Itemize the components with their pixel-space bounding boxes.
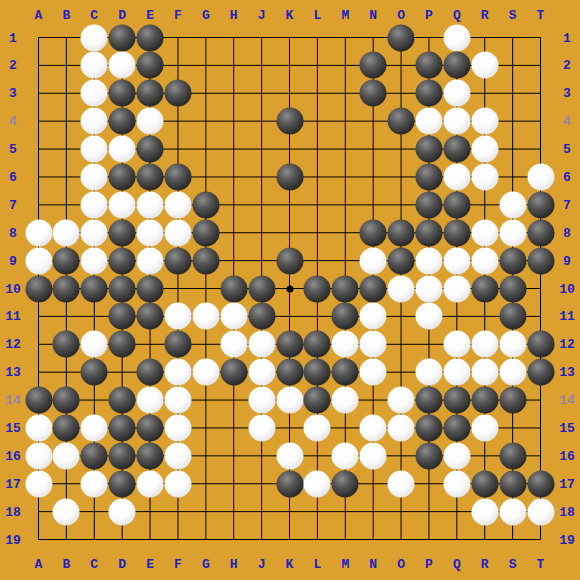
white-stone-M12[interactable] [332,331,359,358]
row-label-right-3: 3 [563,87,571,100]
row-label-right-19: 19 [559,533,575,546]
col-label-top-C: C [90,9,98,22]
white-stone-C5[interactable] [81,136,108,163]
white-stone-F11[interactable] [164,303,191,330]
white-stone-Q9[interactable] [443,247,470,274]
black-stone-P3[interactable] [415,80,442,107]
white-stone-J13[interactable] [248,359,275,386]
black-stone-E11[interactable] [137,303,164,330]
black-stone-B10[interactable] [53,275,80,302]
white-stone-E17[interactable] [137,470,164,497]
row-label-right-18: 18 [559,505,575,518]
row-label-left-6: 6 [9,170,17,183]
white-stone-B8[interactable] [53,219,80,246]
black-stone-S11[interactable] [499,303,526,330]
col-label-bottom-S: S [509,558,517,571]
col-label-bottom-Q: Q [453,558,461,571]
white-stone-O17[interactable] [388,470,415,497]
black-stone-H13[interactable] [220,359,247,386]
white-stone-O14[interactable] [388,387,415,414]
col-label-top-S: S [509,9,517,22]
row-label-right-1: 1 [563,31,571,44]
white-stone-A9[interactable] [25,247,52,274]
row-label-left-11: 11 [5,310,21,323]
black-stone-S17[interactable] [499,470,526,497]
white-stone-F7[interactable] [164,191,191,218]
white-stone-N15[interactable] [360,414,387,441]
white-stone-S8[interactable] [499,219,526,246]
col-label-bottom-N: N [369,558,377,571]
col-label-bottom-R: R [481,558,489,571]
black-stone-P2[interactable] [415,52,442,79]
black-stone-D3[interactable] [109,80,136,107]
white-stone-G11[interactable] [192,303,219,330]
black-stone-P6[interactable] [415,163,442,190]
black-stone-E6[interactable] [137,163,164,190]
white-stone-E4[interactable] [137,108,164,135]
go-board[interactable]: AABBCCDDEEFFGGHHJJKKLLMMNNOOPPQQRRSSTT11… [0,0,580,580]
row-label-right-8: 8 [563,226,571,239]
row-label-left-14: 14 [5,394,21,407]
row-label-left-13: 13 [5,366,21,379]
row-label-right-13: 13 [559,366,575,379]
white-stone-P10[interactable] [415,275,442,302]
white-stone-E9[interactable] [137,247,164,274]
row-label-right-6: 6 [563,170,571,183]
white-stone-B16[interactable] [53,442,80,469]
col-label-bottom-K: K [286,558,294,571]
black-stone-K17[interactable] [276,470,303,497]
col-label-bottom-G: G [202,558,210,571]
white-stone-A15[interactable] [25,414,52,441]
row-label-left-4: 4 [9,115,17,128]
black-stone-B15[interactable] [53,414,80,441]
white-stone-C17[interactable] [81,470,108,497]
white-stone-Q1[interactable] [443,24,470,51]
white-stone-R13[interactable] [471,359,498,386]
black-stone-N2[interactable] [360,52,387,79]
white-stone-Q6[interactable] [443,163,470,190]
col-label-top-Q: Q [453,9,461,22]
white-stone-S13[interactable] [499,359,526,386]
col-label-bottom-T: T [537,558,545,571]
row-label-left-19: 19 [5,533,21,546]
black-stone-Q14[interactable] [443,387,470,414]
row-label-right-14: 14 [559,394,575,407]
col-label-top-E: E [146,9,154,22]
white-stone-D2[interactable] [109,52,136,79]
white-stone-E8[interactable] [137,219,164,246]
white-stone-N12[interactable] [360,331,387,358]
black-stone-L13[interactable] [304,359,331,386]
white-stone-R2[interactable] [471,52,498,79]
white-stone-G13[interactable] [192,359,219,386]
black-stone-T12[interactable] [527,331,554,358]
black-stone-D15[interactable] [109,414,136,441]
col-label-bottom-M: M [341,558,349,571]
black-stone-J11[interactable] [248,303,275,330]
white-stone-Q12[interactable] [443,331,470,358]
black-stone-K12[interactable] [276,331,303,358]
black-stone-K6[interactable] [276,163,303,190]
white-stone-S18[interactable] [499,498,526,525]
black-stone-S10[interactable] [499,275,526,302]
white-stone-F13[interactable] [164,359,191,386]
white-stone-R4[interactable] [471,108,498,135]
black-stone-Q2[interactable] [443,52,470,79]
black-stone-D17[interactable] [109,470,136,497]
black-stone-E10[interactable] [137,275,164,302]
col-label-top-L: L [313,9,321,22]
black-stone-N8[interactable] [360,219,387,246]
white-stone-P4[interactable] [415,108,442,135]
black-stone-D11[interactable] [109,303,136,330]
black-stone-O1[interactable] [388,24,415,51]
col-label-bottom-D: D [118,558,126,571]
white-stone-C4[interactable] [81,108,108,135]
black-stone-N3[interactable] [360,80,387,107]
black-stone-G9[interactable] [192,247,219,274]
white-stone-N9[interactable] [360,247,387,274]
black-stone-L14[interactable] [304,387,331,414]
white-stone-Q3[interactable] [443,80,470,107]
white-stone-R18[interactable] [471,498,498,525]
col-label-bottom-C: C [90,558,98,571]
white-stone-P11[interactable] [415,303,442,330]
white-stone-Q17[interactable] [443,470,470,497]
row-label-left-16: 16 [5,449,21,462]
white-stone-F8[interactable] [164,219,191,246]
black-stone-S14[interactable] [499,387,526,414]
black-stone-A14[interactable] [25,387,52,414]
white-stone-O10[interactable] [388,275,415,302]
col-label-top-B: B [62,9,70,22]
col-label-top-K: K [286,9,294,22]
col-label-bottom-H: H [230,558,238,571]
row-label-right-4: 4 [563,115,571,128]
row-label-left-10: 10 [5,282,21,295]
white-stone-C7[interactable] [81,191,108,218]
white-stone-J15[interactable] [248,414,275,441]
black-stone-M11[interactable] [332,303,359,330]
white-stone-A8[interactable] [25,219,52,246]
black-stone-G8[interactable] [192,219,219,246]
black-stone-P15[interactable] [415,414,442,441]
white-stone-T6[interactable] [527,163,554,190]
black-stone-A10[interactable] [25,275,52,302]
black-stone-F12[interactable] [164,331,191,358]
row-label-left-3: 3 [9,87,17,100]
row-label-right-2: 2 [563,59,571,72]
black-stone-D10[interactable] [109,275,136,302]
white-stone-C9[interactable] [81,247,108,274]
white-stone-S12[interactable] [499,331,526,358]
black-stone-R10[interactable] [471,275,498,302]
col-label-top-M: M [341,9,349,22]
white-stone-R8[interactable] [471,219,498,246]
black-stone-O4[interactable] [388,108,415,135]
white-stone-L17[interactable] [304,470,331,497]
black-stone-R14[interactable] [471,387,498,414]
black-stone-B9[interactable] [53,247,80,274]
row-label-right-5: 5 [563,143,571,156]
black-stone-E2[interactable] [137,52,164,79]
col-label-bottom-O: O [397,558,405,571]
col-label-top-N: N [369,9,377,22]
black-stone-E13[interactable] [137,359,164,386]
row-label-left-1: 1 [9,31,17,44]
col-label-bottom-P: P [425,558,433,571]
black-stone-M13[interactable] [332,359,359,386]
row-label-left-15: 15 [5,421,21,434]
white-stone-R9[interactable] [471,247,498,274]
black-stone-T17[interactable] [527,470,554,497]
black-stone-C13[interactable] [81,359,108,386]
black-stone-Q7[interactable] [443,191,470,218]
row-label-left-2: 2 [9,59,17,72]
white-stone-T18[interactable] [527,498,554,525]
white-stone-D5[interactable] [109,136,136,163]
white-stone-M14[interactable] [332,387,359,414]
black-stone-N10[interactable] [360,275,387,302]
white-stone-D7[interactable] [109,191,136,218]
row-label-left-5: 5 [9,143,17,156]
white-stone-R6[interactable] [471,163,498,190]
black-stone-C10[interactable] [81,275,108,302]
col-label-top-F: F [174,9,182,22]
black-stone-P8[interactable] [415,219,442,246]
white-stone-Q16[interactable] [443,442,470,469]
black-stone-F9[interactable] [164,247,191,274]
black-stone-S16[interactable] [499,442,526,469]
col-label-bottom-J: J [258,558,266,571]
black-stone-D16[interactable] [109,442,136,469]
white-stone-J14[interactable] [248,387,275,414]
col-label-top-A: A [35,9,43,22]
black-stone-P16[interactable] [415,442,442,469]
row-label-left-18: 18 [5,505,21,518]
white-stone-F14[interactable] [164,387,191,414]
black-stone-L12[interactable] [304,331,331,358]
row-label-left-12: 12 [5,338,21,351]
col-label-top-P: P [425,9,433,22]
black-stone-M10[interactable] [332,275,359,302]
black-stone-D1[interactable] [109,24,136,51]
white-stone-E14[interactable] [137,387,164,414]
black-stone-E3[interactable] [137,80,164,107]
black-stone-E15[interactable] [137,414,164,441]
white-stone-Q10[interactable] [443,275,470,302]
white-stone-C2[interactable] [81,52,108,79]
col-label-top-H: H [230,9,238,22]
white-stone-C8[interactable] [81,219,108,246]
white-stone-R15[interactable] [471,414,498,441]
white-stone-N11[interactable] [360,303,387,330]
col-label-top-T: T [537,9,545,22]
white-stone-K16[interactable] [276,442,303,469]
white-stone-C6[interactable] [81,163,108,190]
col-label-bottom-E: E [146,558,154,571]
black-stone-F6[interactable] [164,163,191,190]
white-stone-A16[interactable] [25,442,52,469]
white-stone-N16[interactable] [360,442,387,469]
white-stone-E7[interactable] [137,191,164,218]
col-label-bottom-A: A [35,558,43,571]
white-stone-P13[interactable] [415,359,442,386]
black-stone-P7[interactable] [415,191,442,218]
black-stone-O8[interactable] [388,219,415,246]
row-label-left-7: 7 [9,198,17,211]
white-stone-Q4[interactable] [443,108,470,135]
black-stone-Q8[interactable] [443,219,470,246]
row-label-right-11: 11 [559,310,575,323]
col-label-bottom-F: F [174,558,182,571]
white-stone-M16[interactable] [332,442,359,469]
row-label-right-17: 17 [559,477,575,490]
white-stone-C1[interactable] [81,24,108,51]
white-stone-O15[interactable] [388,414,415,441]
white-stone-S7[interactable] [499,191,526,218]
col-label-top-G: G [202,9,210,22]
row-label-right-7: 7 [563,198,571,211]
white-stone-J12[interactable] [248,331,275,358]
white-stone-C12[interactable] [81,331,108,358]
row-label-right-9: 9 [563,254,571,267]
black-stone-E5[interactable] [137,136,164,163]
black-stone-L10[interactable] [304,275,331,302]
black-stone-E1[interactable] [137,24,164,51]
black-stone-D6[interactable] [109,163,136,190]
black-stone-D12[interactable] [109,331,136,358]
black-stone-R17[interactable] [471,470,498,497]
black-stone-T9[interactable] [527,247,554,274]
white-stone-Q13[interactable] [443,359,470,386]
col-label-bottom-L: L [313,558,321,571]
white-stone-L15[interactable] [304,414,331,441]
white-stone-K14[interactable] [276,387,303,414]
col-label-top-D: D [118,9,126,22]
white-stone-F17[interactable] [164,470,191,497]
white-stone-N13[interactable] [360,359,387,386]
row-label-left-8: 8 [9,226,17,239]
col-label-top-O: O [397,9,405,22]
row-label-right-15: 15 [559,421,575,434]
black-stone-K13[interactable] [276,359,303,386]
white-stone-F16[interactable] [164,442,191,469]
black-stone-C16[interactable] [81,442,108,469]
white-stone-B18[interactable] [53,498,80,525]
black-stone-T8[interactable] [527,219,554,246]
row-label-right-16: 16 [559,449,575,462]
black-stone-H10[interactable] [220,275,247,302]
black-stone-S9[interactable] [499,247,526,274]
black-stone-D4[interactable] [109,108,136,135]
white-stone-A17[interactable] [25,470,52,497]
black-stone-O9[interactable] [388,247,415,274]
col-label-top-R: R [481,9,489,22]
white-stone-H11[interactable] [220,303,247,330]
black-stone-G7[interactable] [192,191,219,218]
black-stone-J10[interactable] [248,275,275,302]
black-stone-B12[interactable] [53,331,80,358]
row-label-left-17: 17 [5,477,21,490]
col-label-bottom-B: B [62,558,70,571]
black-stone-F3[interactable] [164,80,191,107]
white-stone-C3[interactable] [81,80,108,107]
white-stone-P9[interactable] [415,247,442,274]
black-stone-Q15[interactable] [443,414,470,441]
black-stone-K9[interactable] [276,247,303,274]
white-stone-R5[interactable] [471,136,498,163]
black-stone-D14[interactable] [109,387,136,414]
black-stone-M17[interactable] [332,470,359,497]
star-point-K10 [286,285,293,292]
black-stone-E16[interactable] [137,442,164,469]
white-stone-D18[interactable] [109,498,136,525]
black-stone-P5[interactable] [415,136,442,163]
white-stone-C15[interactable] [81,414,108,441]
row-label-left-9: 9 [9,254,17,267]
black-stone-P14[interactable] [415,387,442,414]
white-stone-F15[interactable] [164,414,191,441]
row-label-right-12: 12 [559,338,575,351]
black-stone-T13[interactable] [527,359,554,386]
black-stone-D8[interactable] [109,219,136,246]
row-label-right-10: 10 [559,282,575,295]
white-stone-H12[interactable] [220,331,247,358]
black-stone-K4[interactable] [276,108,303,135]
black-stone-B14[interactable] [53,387,80,414]
black-stone-D9[interactable] [109,247,136,274]
black-stone-T7[interactable] [527,191,554,218]
col-label-top-J: J [258,9,266,22]
white-stone-R12[interactable] [471,331,498,358]
black-stone-Q5[interactable] [443,136,470,163]
